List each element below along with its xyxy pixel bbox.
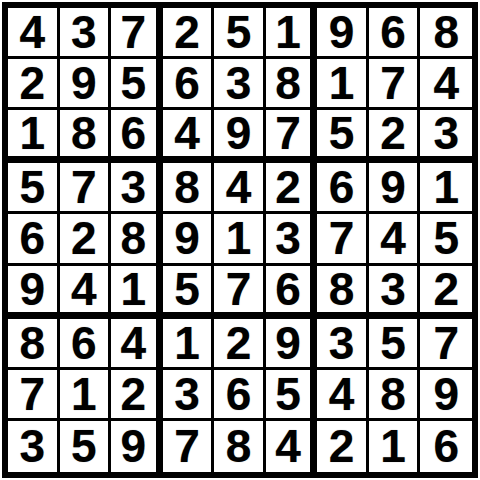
cell-r2c5[interactable]: 3 <box>214 59 266 110</box>
cell-r9c8[interactable]: 1 <box>369 421 421 472</box>
cell-r3c1[interactable]: 1 <box>8 110 60 163</box>
cell-r3c7[interactable]: 5 <box>317 110 369 163</box>
cell-r1c4[interactable]: 2 <box>163 8 215 59</box>
cell-r3c2[interactable]: 8 <box>60 110 112 163</box>
cell-r4c6[interactable]: 2 <box>266 163 318 214</box>
cell-r9c2[interactable]: 5 <box>60 421 112 472</box>
cell-r1c8[interactable]: 6 <box>369 8 421 59</box>
cell-r2c6[interactable]: 8 <box>266 59 318 110</box>
cell-r2c8[interactable]: 7 <box>369 59 421 110</box>
cell-r7c6[interactable]: 9 <box>266 319 318 370</box>
cell-r2c4[interactable]: 6 <box>163 59 215 110</box>
cell-r4c4[interactable]: 8 <box>163 163 215 214</box>
cell-r4c9[interactable]: 1 <box>420 163 472 214</box>
cell-r1c1[interactable]: 4 <box>8 8 60 59</box>
cell-r9c4[interactable]: 7 <box>163 421 215 472</box>
cell-r8c7[interactable]: 4 <box>317 370 369 421</box>
cell-r9c1[interactable]: 3 <box>8 421 60 472</box>
cell-r2c9[interactable]: 4 <box>420 59 472 110</box>
cell-r4c3[interactable]: 3 <box>111 163 163 214</box>
cell-r6c2[interactable]: 4 <box>60 266 112 319</box>
cell-r5c4[interactable]: 9 <box>163 214 215 265</box>
cell-r6c6[interactable]: 6 <box>266 266 318 319</box>
cell-r3c5[interactable]: 9 <box>214 110 266 163</box>
cell-r7c8[interactable]: 5 <box>369 319 421 370</box>
cell-r2c7[interactable]: 1 <box>317 59 369 110</box>
cell-r4c2[interactable]: 7 <box>60 163 112 214</box>
cell-r5c6[interactable]: 3 <box>266 214 318 265</box>
cell-r5c7[interactable]: 7 <box>317 214 369 265</box>
cell-r9c9[interactable]: 6 <box>420 421 472 472</box>
cell-r3c8[interactable]: 2 <box>369 110 421 163</box>
cell-r8c4[interactable]: 3 <box>163 370 215 421</box>
cell-r4c7[interactable]: 6 <box>317 163 369 214</box>
cell-r9c7[interactable]: 2 <box>317 421 369 472</box>
cell-r4c1[interactable]: 5 <box>8 163 60 214</box>
cell-r9c5[interactable]: 8 <box>214 421 266 472</box>
cell-r6c3[interactable]: 1 <box>111 266 163 319</box>
cell-r1c9[interactable]: 8 <box>420 8 472 59</box>
cell-r7c2[interactable]: 6 <box>60 319 112 370</box>
cell-r7c7[interactable]: 3 <box>317 319 369 370</box>
cell-r7c1[interactable]: 8 <box>8 319 60 370</box>
cell-r1c5[interactable]: 5 <box>214 8 266 59</box>
cell-r7c4[interactable]: 1 <box>163 319 215 370</box>
cell-r8c2[interactable]: 1 <box>60 370 112 421</box>
cell-r3c9[interactable]: 3 <box>420 110 472 163</box>
cell-r8c1[interactable]: 7 <box>8 370 60 421</box>
cell-r4c5[interactable]: 4 <box>214 163 266 214</box>
cell-r5c9[interactable]: 5 <box>420 214 472 265</box>
cell-r8c6[interactable]: 5 <box>266 370 318 421</box>
cell-r8c9[interactable]: 9 <box>420 370 472 421</box>
cell-r5c5[interactable]: 1 <box>214 214 266 265</box>
cell-r2c3[interactable]: 5 <box>111 59 163 110</box>
cell-r5c3[interactable]: 8 <box>111 214 163 265</box>
cell-r7c9[interactable]: 7 <box>420 319 472 370</box>
cell-r6c8[interactable]: 3 <box>369 266 421 319</box>
cell-r1c6[interactable]: 1 <box>266 8 318 59</box>
cell-r8c8[interactable]: 8 <box>369 370 421 421</box>
cell-r3c4[interactable]: 4 <box>163 110 215 163</box>
sudoku-board: 4372519682956381741864975235738426916289… <box>2 2 478 478</box>
cell-r8c5[interactable]: 6 <box>214 370 266 421</box>
cell-r1c2[interactable]: 3 <box>60 8 112 59</box>
cell-r4c8[interactable]: 9 <box>369 163 421 214</box>
cell-r6c7[interactable]: 8 <box>317 266 369 319</box>
cell-r6c1[interactable]: 9 <box>8 266 60 319</box>
cell-r3c6[interactable]: 7 <box>266 110 318 163</box>
cell-r5c8[interactable]: 4 <box>369 214 421 265</box>
cell-r7c5[interactable]: 2 <box>214 319 266 370</box>
cell-r2c2[interactable]: 9 <box>60 59 112 110</box>
cell-r6c5[interactable]: 7 <box>214 266 266 319</box>
cell-r9c6[interactable]: 4 <box>266 421 318 472</box>
cell-r3c3[interactable]: 6 <box>111 110 163 163</box>
cell-r6c4[interactable]: 5 <box>163 266 215 319</box>
cell-r7c3[interactable]: 4 <box>111 319 163 370</box>
cell-r8c3[interactable]: 2 <box>111 370 163 421</box>
cell-r1c7[interactable]: 9 <box>317 8 369 59</box>
cell-r5c1[interactable]: 6 <box>8 214 60 265</box>
cell-r1c3[interactable]: 7 <box>111 8 163 59</box>
cell-r5c2[interactable]: 2 <box>60 214 112 265</box>
cell-r6c9[interactable]: 2 <box>420 266 472 319</box>
cell-r2c1[interactable]: 2 <box>8 59 60 110</box>
cell-r9c3[interactable]: 9 <box>111 421 163 472</box>
